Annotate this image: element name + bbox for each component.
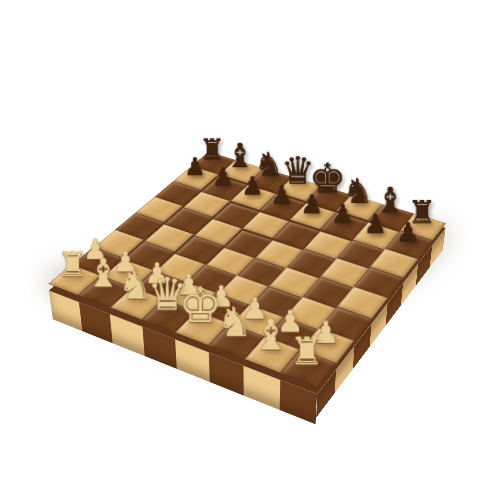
piece-white-rook: ♜ [290, 332, 324, 370]
board-grid: ♜♝♞♛♚♞♝♜♟♟♟♟♟♟♟♟♟♟♟♟♟♟♟♟♜♝♞♛♚♞♝♜ [49, 156, 446, 394]
piece-black-pawn: ♟ [300, 192, 323, 218]
piece-black-pawn: ♟ [184, 154, 206, 179]
piece-white-bishop: ♝ [252, 314, 290, 356]
product-photo-canvas: ♜♝♞♛♚♞♝♜♟♟♟♟♟♟♟♟♟♟♟♟♟♟♟♟♜♝♞♛♚♞♝♜ [0, 0, 500, 500]
piece-white-bishop: ♝ [86, 254, 121, 293]
piece-white-knight: ♞ [217, 302, 253, 342]
piece-black-pawn: ♟ [212, 165, 234, 190]
piece-black-pawn: ♟ [396, 219, 420, 246]
piece-black-pawn: ♟ [331, 201, 354, 227]
piece-black-pawn: ♟ [363, 211, 387, 237]
piece-black-pawn: ♟ [270, 182, 293, 207]
chess-board: ♜♝♞♛♚♞♝♜♟♟♟♟♟♟♟♟♟♟♟♟♟♟♟♟♜♝♞♛♚♞♝♜ [49, 156, 446, 394]
piece-white-rook: ♜ [57, 247, 88, 281]
piece-black-pawn: ♟ [241, 173, 264, 198]
